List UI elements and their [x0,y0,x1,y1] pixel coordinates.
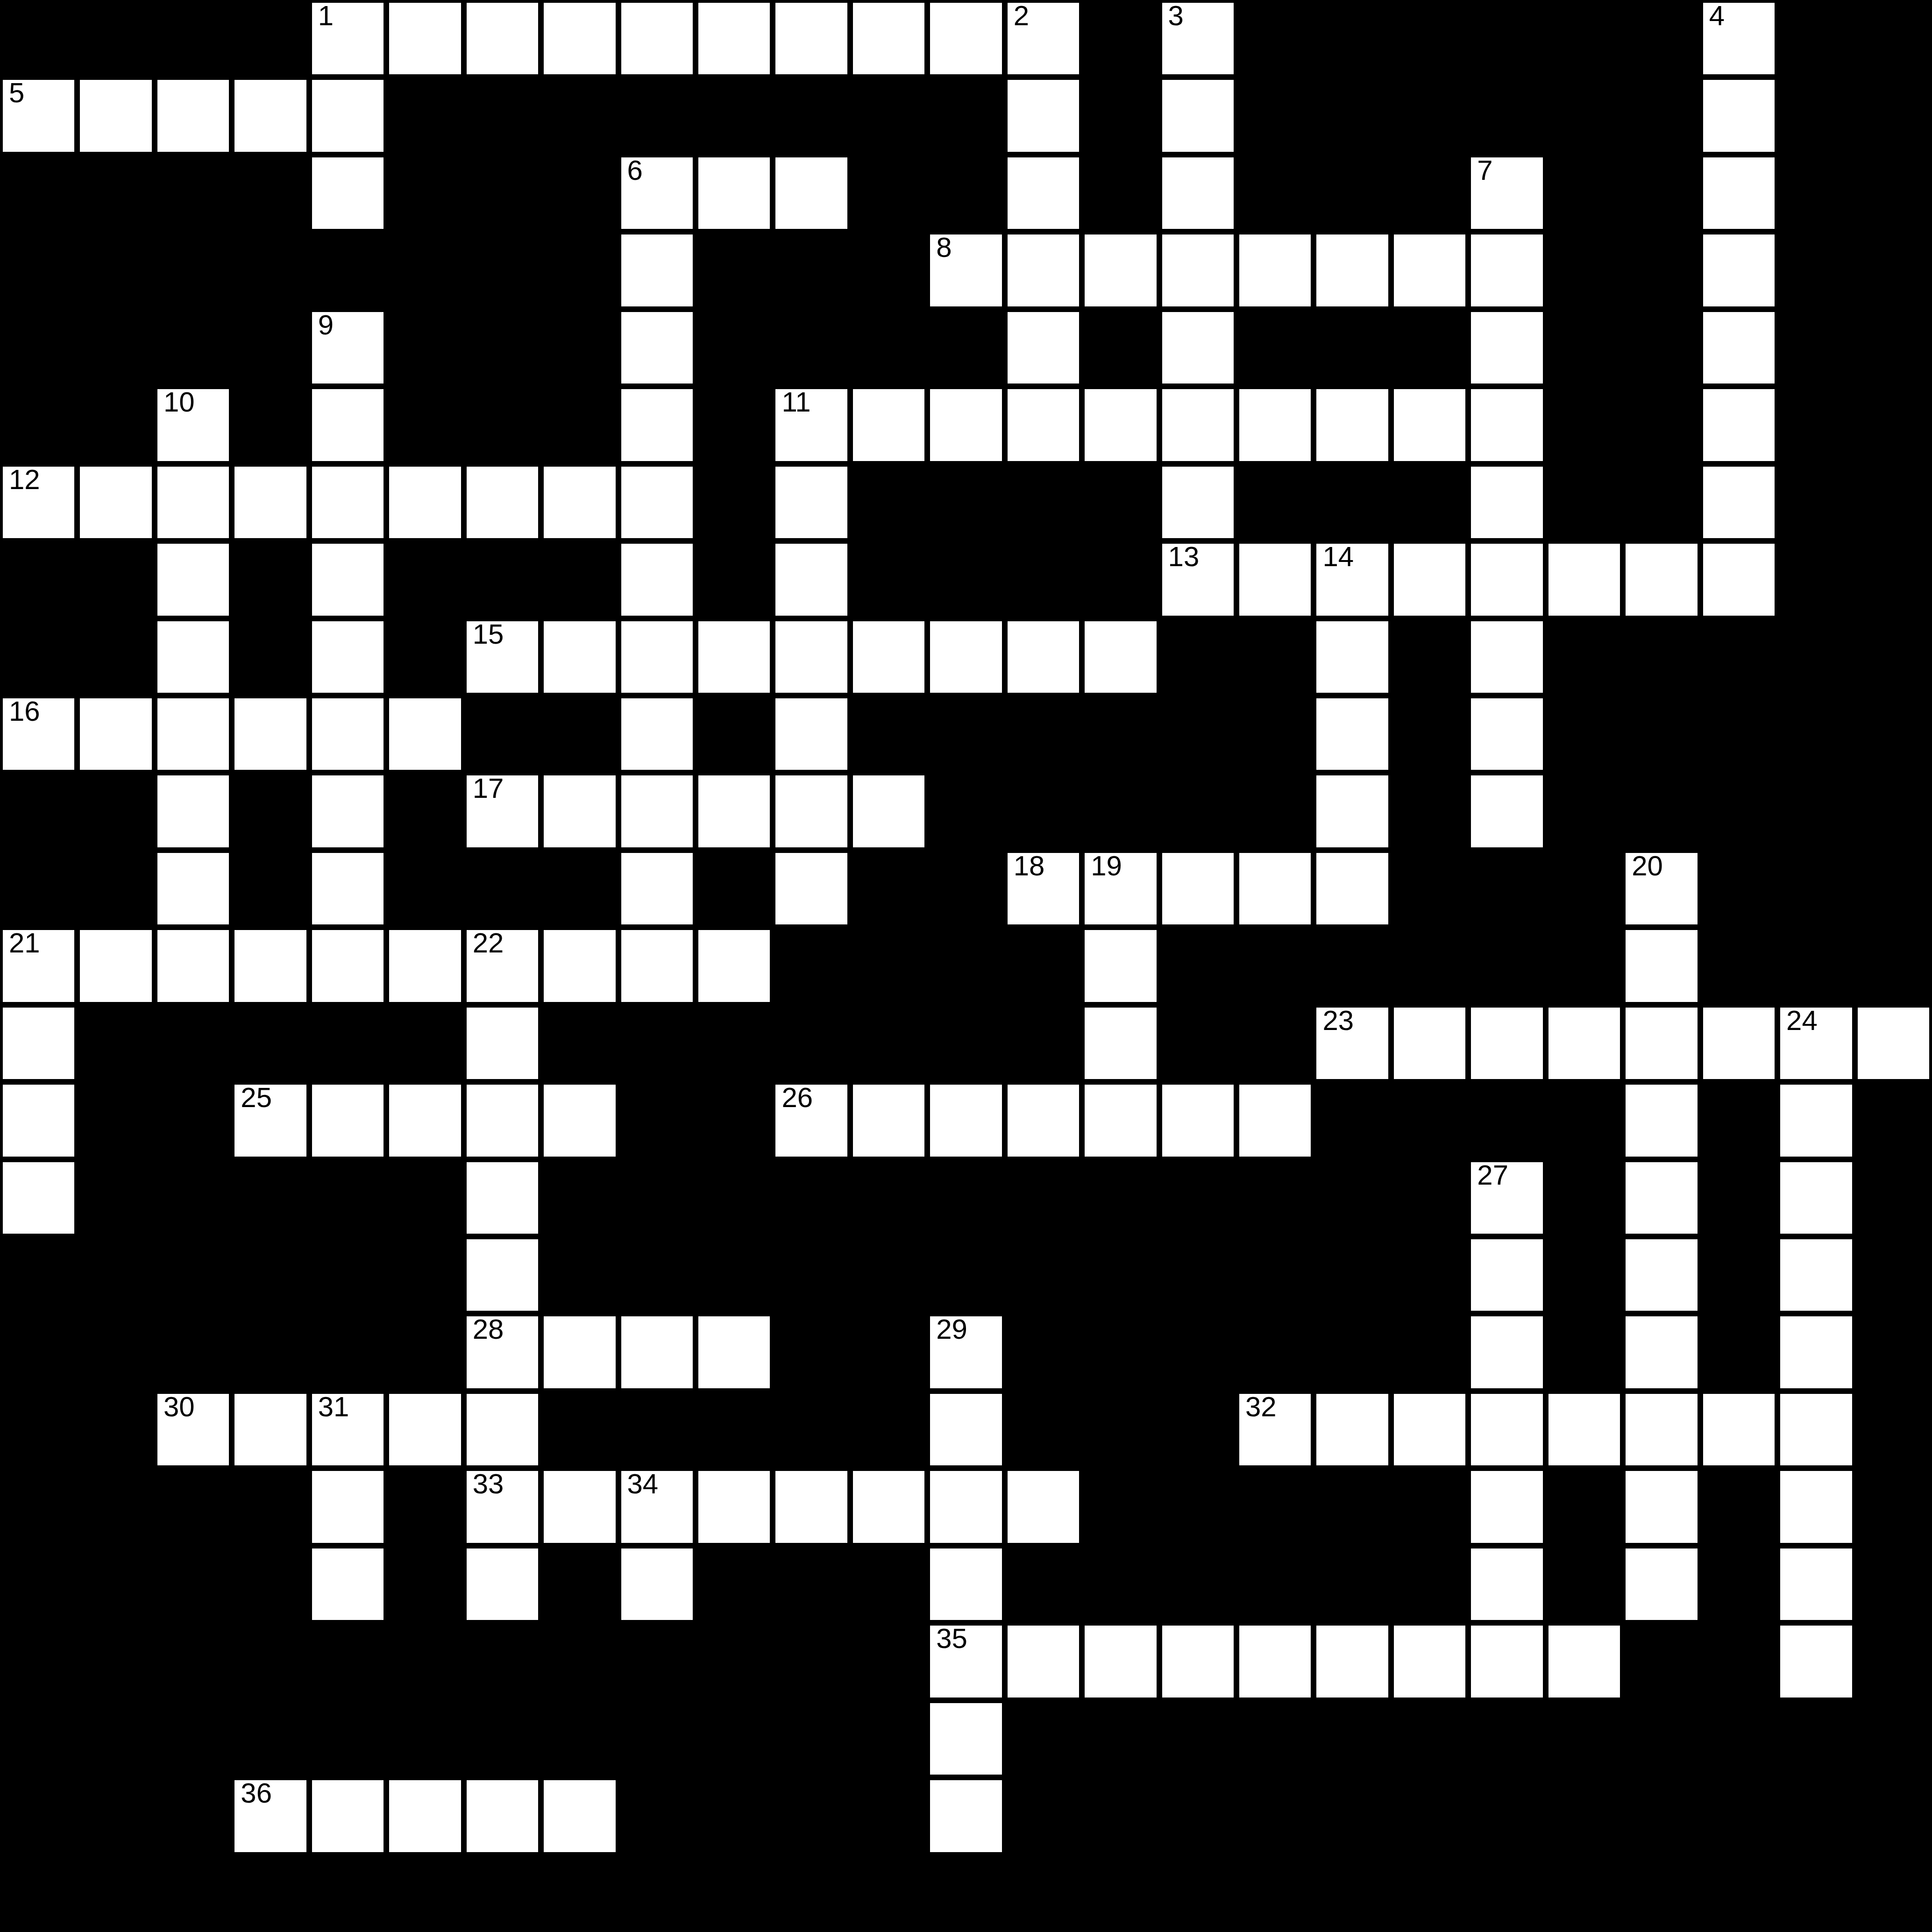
cell-r1c0[interactable]: 5 [0,77,77,154]
clue-number-27: 27 [1477,1160,1508,1191]
cell-r14c15[interactable] [1159,1082,1236,1159]
cell-r13c9 [696,1005,773,1082]
cell-r14c23[interactable] [1777,1082,1854,1159]
cell-r21c13[interactable] [1005,1623,1082,1700]
cell-r15c1 [77,1159,154,1236]
cell-r5c23 [1777,386,1854,463]
cell-r4c5 [386,309,463,386]
cell-r14c21[interactable] [1623,1082,1700,1159]
cell-r19c23[interactable] [1777,1468,1854,1545]
cell-r20c8[interactable] [618,1546,696,1623]
cell-r11c15[interactable] [1159,850,1236,927]
cell-r1c3[interactable] [232,77,309,154]
cell-r11c8[interactable] [618,850,696,927]
cell-r1c15[interactable] [1159,77,1236,154]
cell-r11c10[interactable] [773,850,850,927]
cell-r10c2[interactable] [155,773,232,850]
cell-r2c19[interactable]: 7 [1468,155,1545,232]
cell-r7c8[interactable] [618,541,696,618]
cell-r2c9[interactable] [696,155,773,232]
cell-r5c8[interactable] [618,386,696,463]
cell-r21c2 [155,1623,232,1700]
cell-r17c13 [1005,1314,1082,1391]
cell-r3c14[interactable] [1082,232,1159,309]
cell-r18c6[interactable] [464,1391,541,1468]
cell-r3c19[interactable] [1468,232,1545,309]
cell-r6c5[interactable] [386,464,463,541]
cell-r3c8[interactable] [618,232,696,309]
cell-r6c7[interactable] [541,464,618,541]
cell-r0c0 [0,0,77,77]
cell-r15c3 [232,1159,309,1236]
cell-r15c16 [1236,1159,1314,1236]
cell-r21c21 [1623,1623,1700,1700]
cell-r22c14 [1082,1700,1159,1777]
cell-r3c22[interactable] [1700,232,1777,309]
cell-r21c7 [541,1623,618,1700]
cell-r7c7 [541,541,618,618]
cell-r17c8[interactable] [618,1314,696,1391]
cell-r9c19[interactable] [1468,696,1545,773]
cell-r10c8[interactable] [618,773,696,850]
cell-r7c20[interactable] [1546,541,1623,618]
cell-r18c5[interactable] [386,1391,463,1468]
cell-r22c21 [1623,1700,1700,1777]
cell-r17c12[interactable]: 29 [927,1314,1004,1391]
cell-r20c4[interactable] [309,1546,386,1623]
cell-r7c0 [0,541,77,618]
cell-r6c20 [1546,464,1623,541]
cell-r13c21[interactable] [1623,1005,1700,1082]
cell-r6c8[interactable] [618,464,696,541]
cell-r16c6[interactable] [464,1236,541,1314]
cell-r11c4[interactable] [309,850,386,927]
cell-r5c2[interactable]: 10 [155,386,232,463]
cell-r23c22 [1700,1777,1777,1854]
cell-r3c17[interactable] [1314,232,1391,309]
cell-r9c17[interactable] [1314,696,1391,773]
cell-r9c8[interactable] [618,696,696,773]
cell-r19c19[interactable] [1468,1468,1545,1545]
cell-r23c14 [1082,1777,1159,1854]
cell-r3c18[interactable] [1391,232,1468,309]
cell-r2c22[interactable] [1700,155,1777,232]
cell-r4c20 [1546,309,1623,386]
cell-r18c19[interactable] [1468,1391,1545,1468]
cell-r10c9[interactable] [696,773,773,850]
cell-r10c24 [1855,773,1932,850]
cell-r17c7[interactable] [541,1314,618,1391]
cell-r18c20[interactable] [1546,1391,1623,1468]
cell-r13c6[interactable] [464,1005,541,1082]
cell-r4c19[interactable] [1468,309,1545,386]
cell-r23c9 [696,1777,773,1854]
cell-r18c2[interactable]: 30 [155,1391,232,1468]
cell-r14c16[interactable] [1236,1082,1314,1159]
cell-r6c0[interactable]: 12 [0,464,77,541]
cell-r11c2[interactable] [155,850,232,927]
cell-r8c6[interactable]: 15 [464,618,541,696]
cell-r6c4[interactable] [309,464,386,541]
cell-r14c0[interactable] [0,1082,77,1159]
cell-r5c22[interactable] [1700,386,1777,463]
cell-r12c5[interactable] [386,927,463,1004]
cell-r20c16 [1236,1546,1314,1623]
cell-r21c16[interactable] [1236,1623,1314,1700]
cell-r1c2[interactable] [155,77,232,154]
cell-r14c11[interactable] [850,1082,927,1159]
cell-r10c21 [1623,773,1700,850]
cell-r12c17 [1314,927,1391,1004]
cell-r7c2[interactable] [155,541,232,618]
cell-r10c17[interactable] [1314,773,1391,850]
cell-r12c1[interactable] [77,927,154,1004]
cell-r12c7[interactable] [541,927,618,1004]
cell-r6c11 [850,464,927,541]
cell-r18c16[interactable]: 32 [1236,1391,1314,1468]
cell-r23c6[interactable] [464,1777,541,1854]
cell-r0c10[interactable] [773,0,850,77]
cell-r19c0 [0,1468,77,1545]
cell-r19c8[interactable]: 34 [618,1468,696,1545]
cell-r3c21 [1623,232,1700,309]
cell-r10c4[interactable] [309,773,386,850]
cell-r1c22[interactable] [1700,77,1777,154]
clue-number-31: 31 [318,1392,349,1422]
cell-r6c10[interactable] [773,464,850,541]
cell-r8c2[interactable] [155,618,232,696]
cell-r9c4[interactable] [309,696,386,773]
cell-r18c4[interactable]: 31 [309,1391,386,1468]
cell-r10c19[interactable] [1468,773,1545,850]
cell-r6c2[interactable] [155,464,232,541]
cell-r6c1[interactable] [77,464,154,541]
cell-r23c12[interactable] [927,1777,1004,1854]
cell-r10c1 [77,773,154,850]
cell-r14c13[interactable] [1005,1082,1082,1159]
clue-number-17: 17 [473,773,504,804]
cell-r20c19[interactable] [1468,1546,1545,1623]
cell-r5c14[interactable] [1082,386,1159,463]
cell-r13c23[interactable]: 24 [1777,1005,1854,1082]
cell-r15c23[interactable] [1777,1159,1854,1236]
cell-r7c17[interactable]: 14 [1314,541,1391,618]
cell-r15c6[interactable] [464,1159,541,1236]
cell-r10c5 [386,773,463,850]
cell-r23c0 [0,1777,77,1854]
cell-r5c16[interactable] [1236,386,1314,463]
cell-r22c13 [1005,1700,1082,1777]
cell-r5c24 [1855,386,1932,463]
cell-r13c5 [386,1005,463,1082]
cell-r19c12[interactable] [927,1468,1004,1545]
cell-r4c13[interactable] [1005,309,1082,386]
cell-r14c17 [1314,1082,1391,1159]
cell-r14c6[interactable] [464,1082,541,1159]
cell-r7c18[interactable] [1391,541,1468,618]
cell-r14c14[interactable] [1082,1082,1159,1159]
cell-r12c3[interactable] [232,927,309,1004]
cell-r19c9[interactable] [696,1468,773,1545]
cell-r13c19[interactable] [1468,1005,1545,1082]
cell-r21c23[interactable] [1777,1623,1854,1700]
cell-r14c7[interactable] [541,1082,618,1159]
cell-r5c4[interactable] [309,386,386,463]
cell-r12c0[interactable]: 21 [0,927,77,1004]
cell-r23c20 [1546,1777,1623,1854]
cell-r14c10[interactable]: 26 [773,1082,850,1159]
cell-r7c15[interactable]: 13 [1159,541,1236,618]
cell-r22c12[interactable] [927,1700,1004,1777]
cell-r18c17[interactable] [1314,1391,1391,1468]
cell-r0c8[interactable] [618,0,696,77]
cell-r11c17[interactable] [1314,850,1391,927]
cell-r6c15[interactable] [1159,464,1236,541]
cell-r20c21[interactable] [1623,1546,1700,1623]
cell-r16c19[interactable] [1468,1236,1545,1314]
cell-r2c13[interactable] [1005,155,1082,232]
clue-number-4: 4 [1709,0,1725,31]
cell-r3c15[interactable] [1159,232,1236,309]
cell-r0c22[interactable]: 4 [1700,0,1777,77]
cell-r8c12[interactable] [927,618,1004,696]
cell-r3c13[interactable] [1005,232,1082,309]
cell-r18c22[interactable] [1700,1391,1777,1468]
cell-r19c21[interactable] [1623,1468,1700,1545]
cell-r9c3[interactable] [232,696,309,773]
cell-r21c19[interactable] [1468,1623,1545,1700]
cell-r6c19[interactable] [1468,464,1545,541]
cell-r20c12[interactable] [927,1546,1004,1623]
cell-r8c4[interactable] [309,618,386,696]
cell-r0c7[interactable] [541,0,618,77]
cell-r7c16[interactable] [1236,541,1314,618]
clue-number-28: 28 [473,1314,504,1345]
cell-r1c9 [696,77,773,154]
cell-r19c4[interactable] [309,1468,386,1545]
cell-r18c15 [1159,1391,1236,1468]
cell-r8c14[interactable] [1082,618,1159,696]
cell-r20c6[interactable] [464,1546,541,1623]
cell-r7c6 [464,541,541,618]
cell-r17c21[interactable] [1623,1314,1700,1391]
cell-r0c5[interactable] [386,0,463,77]
cell-r6c22[interactable] [1700,464,1777,541]
cell-r7c21[interactable] [1623,541,1700,618]
cell-r5c11[interactable] [850,386,927,463]
cell-r9c2[interactable] [155,696,232,773]
cell-r1c1[interactable] [77,77,154,154]
cell-r11c14[interactable]: 19 [1082,850,1159,927]
cell-r21c12[interactable]: 35 [927,1623,1004,1700]
cell-r7c10[interactable] [773,541,850,618]
cell-r12c2[interactable] [155,927,232,1004]
cell-r17c3 [232,1314,309,1391]
cell-r3c16[interactable] [1236,232,1314,309]
cell-r12c14[interactable] [1082,927,1159,1004]
cell-r0c11[interactable] [850,0,927,77]
cell-r19c10[interactable] [773,1468,850,1545]
cell-r8c11[interactable] [850,618,927,696]
cell-r12c15 [1159,927,1236,1004]
cell-r9c20 [1546,696,1623,773]
cell-r7c24 [1855,541,1932,618]
cell-r12c9[interactable] [696,927,773,1004]
cell-r20c23[interactable] [1777,1546,1854,1623]
cell-r21c20[interactable] [1546,1623,1623,1700]
cell-r16c21[interactable] [1623,1236,1700,1314]
cell-r13c17[interactable]: 23 [1314,1005,1391,1082]
cell-r21c18[interactable] [1391,1623,1468,1700]
cell-r13c24[interactable] [1855,1005,1932,1082]
cell-r21c15[interactable] [1159,1623,1236,1700]
clue-number-22: 22 [473,928,504,959]
cell-r18c21[interactable] [1623,1391,1700,1468]
cell-r7c19[interactable] [1468,541,1545,618]
clue-number-21: 21 [9,928,40,959]
cell-r15c21[interactable] [1623,1159,1700,1236]
cell-r1c13[interactable] [1005,77,1082,154]
cell-r15c0[interactable] [0,1159,77,1236]
cell-r8c17[interactable] [1314,618,1391,696]
cell-r9c10[interactable] [773,696,850,773]
cell-r18c12[interactable] [927,1391,1004,1468]
cell-r14c5[interactable] [386,1082,463,1159]
cell-r10c7[interactable] [541,773,618,850]
cell-r17c23[interactable] [1777,1314,1854,1391]
cell-r13c11 [850,1005,927,1082]
cell-r13c22[interactable] [1700,1005,1777,1082]
cell-r8c13[interactable] [1005,618,1082,696]
cell-r4c22[interactable] [1700,309,1777,386]
cell-r16c23[interactable] [1777,1236,1854,1314]
cell-r8c7[interactable] [541,618,618,696]
cell-r8c8[interactable] [618,618,696,696]
cell-r0c9[interactable] [696,0,773,77]
cell-r4c15[interactable] [1159,309,1236,386]
cell-r2c4[interactable] [309,155,386,232]
cell-r11c13[interactable]: 18 [1005,850,1082,927]
cell-r14c4[interactable] [309,1082,386,1159]
cell-r0c4[interactable]: 1 [309,0,386,77]
cell-r6c6[interactable] [464,464,541,541]
cell-r5c17[interactable] [1314,386,1391,463]
cell-r14c22 [1700,1082,1777,1159]
cell-r2c15[interactable] [1159,155,1236,232]
cell-r17c24 [1855,1314,1932,1391]
cell-r5c13[interactable] [1005,386,1082,463]
cell-r21c17[interactable] [1314,1623,1391,1700]
cell-r7c22[interactable] [1700,541,1777,618]
cell-r13c0[interactable] [0,1005,77,1082]
cell-r13c18[interactable] [1391,1005,1468,1082]
cell-r22c17 [1314,1700,1391,1777]
cell-r8c19[interactable] [1468,618,1545,696]
cell-r23c5[interactable] [386,1777,463,1854]
cell-r18c18[interactable] [1391,1391,1468,1468]
cell-r0c12[interactable] [927,0,1004,77]
cell-r14c12[interactable] [927,1082,1004,1159]
cell-r11c16[interactable] [1236,850,1314,927]
cell-r3c12[interactable]: 8 [927,232,1004,309]
cell-r14c3[interactable]: 25 [232,1082,309,1159]
cell-r12c4[interactable] [309,927,386,1004]
cell-r13c13 [1005,1005,1082,1082]
cell-r21c14[interactable] [1082,1623,1159,1700]
cell-r5c15[interactable] [1159,386,1236,463]
cell-r0c23 [1777,0,1854,77]
cell-r6c14 [1082,464,1159,541]
cell-r0c13[interactable]: 2 [1005,0,1082,77]
cell-r13c14[interactable] [1082,1005,1159,1082]
cell-r17c9[interactable] [696,1314,773,1391]
cell-r17c19[interactable] [1468,1314,1545,1391]
cell-r5c19[interactable] [1468,386,1545,463]
cell-r13c20[interactable] [1546,1005,1623,1082]
cell-r17c6[interactable]: 28 [464,1314,541,1391]
cell-r19c11[interactable] [850,1468,927,1545]
cell-r9c0[interactable]: 16 [0,696,77,773]
cell-r5c10[interactable]: 11 [773,386,850,463]
cell-r24c17 [1314,1855,1391,1932]
cell-r12c8[interactable] [618,927,696,1004]
cell-r12c6[interactable]: 22 [464,927,541,1004]
cell-r2c8[interactable]: 6 [618,155,696,232]
cell-r24c23 [1777,1855,1854,1932]
cell-r9c1[interactable] [77,696,154,773]
cell-r12c13 [1005,927,1082,1004]
cell-r9c7 [541,696,618,773]
cell-r4c4[interactable]: 9 [309,309,386,386]
cell-r0c24 [1855,0,1932,77]
cell-r10c11[interactable] [850,773,927,850]
cell-r18c3[interactable] [232,1391,309,1468]
cell-r19c6[interactable]: 33 [464,1468,541,1545]
cell-r1c14 [1082,77,1159,154]
cell-r23c7[interactable] [541,1777,618,1854]
cell-r6c3[interactable] [232,464,309,541]
cell-r11c22 [1700,850,1777,927]
cell-r5c18[interactable] [1391,386,1468,463]
cell-r5c12[interactable] [927,386,1004,463]
cell-r10c10[interactable] [773,773,850,850]
cell-r4c8[interactable] [618,309,696,386]
cell-r18c23[interactable] [1777,1391,1854,1468]
cell-r24c0 [0,1855,77,1932]
cell-r18c10 [773,1391,850,1468]
cell-r15c19[interactable]: 27 [1468,1159,1545,1236]
cell-r8c9[interactable] [696,618,773,696]
cell-r2c10[interactable] [773,155,850,232]
cell-r11c21[interactable]: 20 [1623,850,1700,927]
cell-r23c4[interactable] [309,1777,386,1854]
cell-r7c5 [386,541,463,618]
cell-r10c6[interactable]: 17 [464,773,541,850]
cell-r19c7[interactable] [541,1468,618,1545]
cell-r19c13[interactable] [1005,1468,1082,1545]
cell-r23c3[interactable]: 36 [232,1777,309,1854]
cell-r9c5[interactable] [386,696,463,773]
cell-r8c10[interactable] [773,618,850,696]
cell-r9c14 [1082,696,1159,773]
cell-r1c4[interactable] [309,77,386,154]
cell-r7c4[interactable] [309,541,386,618]
cell-r22c0 [0,1700,77,1777]
cell-r0c6[interactable] [464,0,541,77]
cell-r12c21[interactable] [1623,927,1700,1004]
cell-r0c15[interactable]: 3 [1159,0,1236,77]
cell-r21c1 [77,1623,154,1700]
